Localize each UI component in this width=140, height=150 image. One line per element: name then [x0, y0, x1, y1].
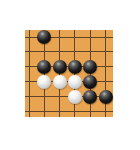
black-stone [83, 60, 97, 74]
grid-hline-6 [25, 111, 113, 112]
grid-hline-2 [25, 51, 113, 52]
black-stone [53, 60, 67, 74]
white-stone [68, 75, 82, 89]
black-stone [37, 30, 51, 44]
black-stone [83, 75, 97, 89]
black-stone [68, 60, 82, 74]
white-stone [37, 75, 51, 89]
go-board [25, 30, 113, 117]
sticker-canvas [0, 0, 140, 150]
black-stone [99, 90, 113, 104]
white-stone [68, 90, 82, 104]
grid-vline-1 [29, 30, 30, 117]
grid-vline-6 [105, 30, 106, 117]
black-stone [83, 90, 97, 104]
black-stone [37, 60, 51, 74]
white-stone [53, 75, 67, 89]
